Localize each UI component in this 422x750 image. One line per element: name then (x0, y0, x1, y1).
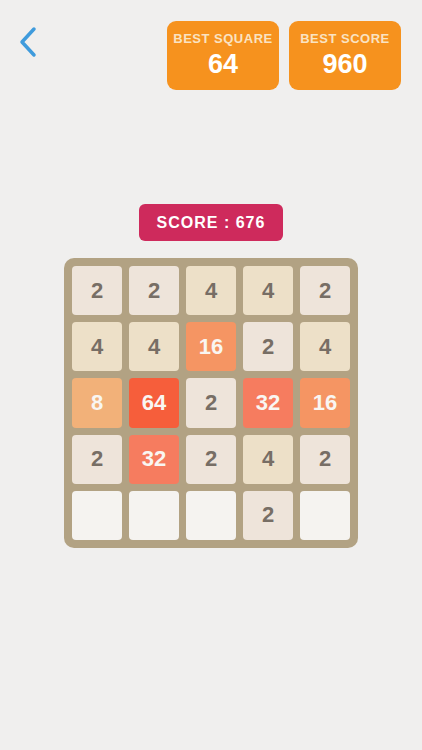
cell-r1c2: 2 (129, 266, 179, 315)
cell-r4c4: 4 (243, 435, 293, 484)
cell-r5c5 (300, 491, 350, 540)
cell-r3c5: 16 (300, 378, 350, 427)
best-score-value: 960 (322, 49, 367, 80)
chevron-left-icon (15, 24, 41, 60)
cell-r1c4: 4 (243, 266, 293, 315)
cell-r5c2 (129, 491, 179, 540)
cell-r4c2: 32 (129, 435, 179, 484)
best-score-badge: BEST SCORE 960 (289, 21, 401, 90)
cell-r5c4: 2 (243, 491, 293, 540)
best-score-label: BEST SCORE (300, 31, 390, 46)
best-square-badge: BEST SQUARE 64 (167, 21, 279, 90)
best-square-value: 64 (208, 49, 238, 80)
score-text: SCORE : 676 (157, 214, 266, 232)
cell-r5c3 (186, 491, 236, 540)
cell-r2c4: 2 (243, 322, 293, 371)
cell-r2c1: 4 (72, 322, 122, 371)
cell-r1c1: 2 (72, 266, 122, 315)
score-badge: SCORE : 676 (139, 204, 283, 241)
cell-r3c3: 2 (186, 378, 236, 427)
cell-r2c5: 4 (300, 322, 350, 371)
cell-r2c2: 4 (129, 322, 179, 371)
best-square-label: BEST SQUARE (173, 31, 272, 46)
cell-r3c4: 32 (243, 378, 293, 427)
cell-r3c2: 64 (129, 378, 179, 427)
back-button[interactable] (8, 22, 48, 62)
board-grid[interactable]: 22442441624864232162322422 (64, 258, 358, 548)
cell-r2c3: 16 (186, 322, 236, 371)
cell-r1c5: 2 (300, 266, 350, 315)
game-screen: BEST SQUARE 64 BEST SCORE 960 SCORE : 67… (0, 0, 422, 750)
cell-r4c3: 2 (186, 435, 236, 484)
cell-r5c1 (72, 491, 122, 540)
cell-r1c3: 4 (186, 266, 236, 315)
cell-r4c5: 2 (300, 435, 350, 484)
cell-r3c1: 8 (72, 378, 122, 427)
cell-r4c1: 2 (72, 435, 122, 484)
